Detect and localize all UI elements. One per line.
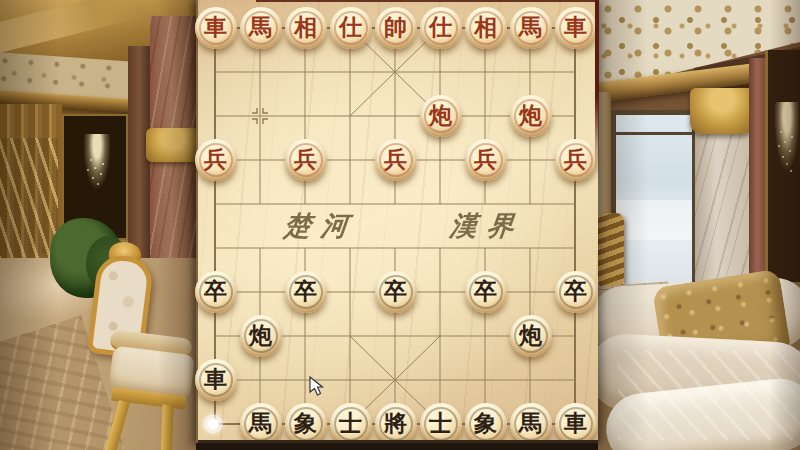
board-point[interactable] xyxy=(373,226,418,270)
piece-red[interactable]: 相 xyxy=(285,7,327,49)
board-point[interactable]: 相 xyxy=(463,6,508,50)
board-point[interactable] xyxy=(463,358,508,402)
piece-glyph: 馬 xyxy=(519,16,542,39)
board-point[interactable]: 炮 xyxy=(418,94,463,138)
board-point[interactable] xyxy=(238,138,283,182)
board-point[interactable]: 車 xyxy=(193,6,238,50)
piece-glyph: 象 xyxy=(294,412,317,435)
board-point[interactable] xyxy=(463,50,508,94)
board-point[interactable] xyxy=(193,226,238,270)
board-point[interactable] xyxy=(463,226,508,270)
board-point[interactable] xyxy=(238,358,283,402)
board-point[interactable] xyxy=(328,270,373,314)
board-point[interactable] xyxy=(418,50,463,94)
piece-glyph: 炮 xyxy=(429,104,452,127)
board-point[interactable]: 卒 xyxy=(373,270,418,314)
board-point[interactable] xyxy=(373,358,418,402)
board-point[interactable] xyxy=(373,182,418,226)
board-point[interactable] xyxy=(283,182,328,226)
background-right-room xyxy=(598,0,800,450)
piece-red[interactable]: 仕 xyxy=(330,7,372,49)
board-point[interactable]: 炮 xyxy=(508,314,553,358)
background-left-room xyxy=(0,0,197,450)
board-point[interactable]: 馬 xyxy=(508,6,553,50)
piece-glyph: 相 xyxy=(294,16,317,39)
piece-glyph: 士 xyxy=(429,412,452,435)
piece-black[interactable]: 馬 xyxy=(510,403,552,445)
piece-glyph: 仕 xyxy=(429,16,452,39)
board-point[interactable]: 兵 xyxy=(193,138,238,182)
board-point[interactable] xyxy=(328,226,373,270)
board-point[interactable] xyxy=(508,358,553,402)
piece-glyph: 兵 xyxy=(204,148,227,171)
piece-black[interactable]: 將 xyxy=(375,403,417,445)
piece-black[interactable]: 卒 xyxy=(555,271,597,313)
piece-glyph: 卒 xyxy=(564,280,587,303)
board-point[interactable] xyxy=(328,358,373,402)
board-point[interactable] xyxy=(463,314,508,358)
board-point[interactable]: 相 xyxy=(283,6,328,50)
board-point[interactable]: 兵 xyxy=(553,138,598,182)
board-point[interactable]: 卒 xyxy=(553,270,598,314)
piece-glyph: 卒 xyxy=(384,280,407,303)
board-point[interactable] xyxy=(328,94,373,138)
board-point[interactable] xyxy=(283,50,328,94)
piece-red[interactable]: 帥 xyxy=(375,7,417,49)
board-point[interactable] xyxy=(463,182,508,226)
piece-black[interactable]: 卒 xyxy=(285,271,327,313)
piece-glyph: 帥 xyxy=(384,16,407,39)
board-point[interactable] xyxy=(508,226,553,270)
piece-black[interactable]: 車 xyxy=(555,403,597,445)
board-point[interactable]: 卒 xyxy=(193,270,238,314)
piece-red[interactable]: 炮 xyxy=(510,95,552,137)
piece-red[interactable]: 兵 xyxy=(195,139,237,181)
board-point[interactable] xyxy=(373,94,418,138)
board-point[interactable] xyxy=(238,94,283,138)
board-point[interactable]: 車 xyxy=(193,358,238,402)
piece-red[interactable]: 炮 xyxy=(420,95,462,137)
board-point[interactable]: 卒 xyxy=(463,270,508,314)
board-point[interactable] xyxy=(283,226,328,270)
board-point[interactable] xyxy=(193,182,238,226)
piece-glyph: 兵 xyxy=(564,148,587,171)
piece-red[interactable]: 馬 xyxy=(510,7,552,49)
board-point[interactable] xyxy=(418,182,463,226)
piece-black[interactable]: 車 xyxy=(195,359,237,401)
board-point[interactable] xyxy=(283,314,328,358)
piece-glyph: 卒 xyxy=(204,280,227,303)
piece-red[interactable]: 車 xyxy=(195,7,237,49)
board-point[interactable] xyxy=(193,50,238,94)
board-point[interactable] xyxy=(508,182,553,226)
board-point[interactable] xyxy=(328,138,373,182)
piece-red[interactable]: 相 xyxy=(465,7,507,49)
board-point[interactable] xyxy=(508,138,553,182)
board-point[interactable] xyxy=(553,182,598,226)
board-point[interactable] xyxy=(463,94,508,138)
board-point[interactable] xyxy=(553,358,598,402)
piece-black[interactable]: 卒 xyxy=(375,271,417,313)
piece-glyph: 車 xyxy=(564,412,587,435)
piece-glyph: 炮 xyxy=(519,324,542,347)
board-point[interactable] xyxy=(418,270,463,314)
piece-glyph: 炮 xyxy=(519,104,542,127)
board-point[interactable] xyxy=(553,226,598,270)
piece-black[interactable]: 卒 xyxy=(195,271,237,313)
board-point[interactable] xyxy=(418,314,463,358)
piece-glyph: 車 xyxy=(204,368,227,391)
vignette xyxy=(0,0,197,450)
piece-glyph: 兵 xyxy=(384,148,407,171)
piece-black[interactable]: 馬 xyxy=(240,403,282,445)
piece-glyph: 卒 xyxy=(474,280,497,303)
vignette xyxy=(598,0,800,450)
piece-black[interactable]: 象 xyxy=(465,403,507,445)
board-point[interactable]: 兵 xyxy=(373,138,418,182)
board-point[interactable] xyxy=(418,358,463,402)
piece-black[interactable]: 炮 xyxy=(510,315,552,357)
piece-red[interactable]: 兵 xyxy=(375,139,417,181)
piece-glyph: 馬 xyxy=(519,412,542,435)
piece-red[interactable]: 兵 xyxy=(465,139,507,181)
board-point[interactable]: 炮 xyxy=(238,314,283,358)
board-point[interactable]: 炮 xyxy=(508,94,553,138)
board-point[interactable] xyxy=(508,270,553,314)
piece-glyph: 兵 xyxy=(294,148,317,171)
board-frame-top xyxy=(256,0,598,2)
board-point[interactable]: 兵 xyxy=(283,138,328,182)
board-point[interactable] xyxy=(193,94,238,138)
board-point[interactable] xyxy=(238,50,283,94)
piece-glyph: 馬 xyxy=(249,412,272,435)
piece-glyph: 馬 xyxy=(249,16,272,39)
mouse-cursor-icon xyxy=(309,376,325,398)
piece-layer: 車馬相仕帥仕相馬車炮炮兵兵兵兵兵卒卒卒卒卒炮炮車馬象士將士象馬車 xyxy=(193,6,598,446)
board-point[interactable] xyxy=(553,94,598,138)
board-point[interactable] xyxy=(418,138,463,182)
piece-black[interactable]: 象 xyxy=(285,403,327,445)
board-point[interactable] xyxy=(553,314,598,358)
piece-glyph: 士 xyxy=(339,412,362,435)
screen: 楚河 漢界 車馬相仕帥仕相馬車炮炮兵兵兵兵兵卒卒卒卒卒炮炮車馬象士將士象馬車 xyxy=(0,0,800,450)
piece-glyph: 仕 xyxy=(339,16,362,39)
xiangqi-board[interactable]: 楚河 漢界 車馬相仕帥仕相馬車炮炮兵兵兵兵兵卒卒卒卒卒炮炮車馬象士將士象馬車 xyxy=(196,0,598,444)
piece-black[interactable]: 士 xyxy=(420,403,462,445)
board-base-shadow xyxy=(196,443,598,450)
piece-red[interactable]: 馬 xyxy=(240,7,282,49)
board-point[interactable]: 車 xyxy=(553,6,598,50)
piece-black[interactable]: 卒 xyxy=(465,271,507,313)
board-point[interactable] xyxy=(238,226,283,270)
piece-red[interactable]: 兵 xyxy=(285,139,327,181)
piece-glyph: 卒 xyxy=(294,280,317,303)
piece-red[interactable]: 仕 xyxy=(420,7,462,49)
piece-black[interactable]: 炮 xyxy=(240,315,282,357)
board-point[interactable]: 仕 xyxy=(418,6,463,50)
piece-glyph: 相 xyxy=(474,16,497,39)
board-point[interactable] xyxy=(328,314,373,358)
board-point[interactable] xyxy=(328,182,373,226)
board-point[interactable] xyxy=(553,50,598,94)
piece-red[interactable]: 車 xyxy=(555,7,597,49)
board-point[interactable] xyxy=(238,182,283,226)
board-point[interactable] xyxy=(373,314,418,358)
piece-glyph: 車 xyxy=(564,16,587,39)
board-point[interactable]: 帥 xyxy=(373,6,418,50)
board-point[interactable] xyxy=(328,50,373,94)
board-point[interactable] xyxy=(373,50,418,94)
piece-glyph: 將 xyxy=(384,412,407,435)
board-point[interactable] xyxy=(418,226,463,270)
board-point[interactable] xyxy=(238,270,283,314)
board-point[interactable]: 卒 xyxy=(283,270,328,314)
piece-glyph: 炮 xyxy=(249,324,272,347)
board-point[interactable]: 仕 xyxy=(328,6,373,50)
board-point[interactable] xyxy=(283,94,328,138)
piece-glyph: 車 xyxy=(204,16,227,39)
piece-glyph: 兵 xyxy=(474,148,497,171)
piece-black[interactable]: 士 xyxy=(330,403,372,445)
board-point[interactable]: 兵 xyxy=(463,138,508,182)
board-point[interactable] xyxy=(193,314,238,358)
piece-glyph: 象 xyxy=(474,412,497,435)
piece-red[interactable]: 兵 xyxy=(555,139,597,181)
board-point[interactable] xyxy=(508,50,553,94)
board-frame-right xyxy=(595,0,599,175)
board-point[interactable]: 馬 xyxy=(238,6,283,50)
